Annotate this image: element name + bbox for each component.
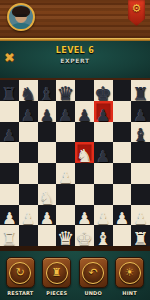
restart-tile: ↻	[6, 257, 35, 288]
square-g5[interactable]	[113, 142, 132, 163]
square-g7[interactable]	[113, 101, 132, 122]
level-subtitle: EXPERT	[0, 57, 150, 64]
bottom-toolbar: ↻ RESTART ♜ PIECES ↶ UNDO	[0, 251, 150, 300]
undo-medallion: ↶	[82, 262, 104, 284]
square-c4[interactable]	[38, 163, 57, 184]
square-c5[interactable]	[38, 142, 57, 163]
square-d8[interactable]: ♛	[56, 80, 75, 101]
square-f7[interactable]: ♟	[94, 101, 113, 122]
restart-button[interactable]: ↻ RESTART	[4, 257, 36, 296]
avatar-glasses	[15, 14, 27, 17]
square-a8[interactable]: ♜	[0, 80, 19, 101]
level-title: LEVEL 6	[0, 46, 150, 55]
square-g6[interactable]	[113, 122, 132, 143]
level-text: LEVEL 6 EXPERT	[0, 46, 150, 64]
square-e8[interactable]	[75, 80, 94, 101]
square-a3[interactable]	[0, 184, 19, 205]
hint-label: HINT	[122, 290, 136, 296]
square-a6[interactable]: ♟	[0, 122, 19, 143]
level-bar: ✖ LEVEL 6 EXPERT	[0, 41, 150, 78]
square-g4[interactable]	[113, 163, 132, 184]
square-c6[interactable]	[38, 122, 57, 143]
restart-label: RESTART	[7, 290, 33, 296]
square-d4[interactable]: ♟	[56, 163, 75, 184]
square-a4[interactable]	[0, 163, 19, 184]
square-h3[interactable]	[131, 184, 150, 205]
undo-tile: ↶	[79, 257, 108, 288]
square-b1[interactable]	[19, 225, 38, 246]
square-h4[interactable]	[131, 163, 150, 184]
pieces-medallion: ♜	[46, 262, 68, 284]
square-c3[interactable]: ♞	[38, 184, 57, 205]
square-b6[interactable]	[19, 122, 38, 143]
settings-button[interactable]: ⚙	[128, 0, 145, 26]
square-b5[interactable]	[19, 142, 38, 163]
square-e3[interactable]	[75, 184, 94, 205]
undo-arrow-icon: ↶	[89, 267, 98, 278]
square-h7[interactable]: ♟	[131, 101, 150, 122]
square-c2[interactable]: ♟	[38, 205, 57, 226]
square-e2[interactable]: ♟	[75, 205, 94, 226]
pieces-tile: ♜	[42, 257, 71, 288]
square-a2[interactable]: ♟	[0, 205, 19, 226]
pieces-button[interactable]: ♜ PIECES	[41, 257, 73, 296]
gear-icon: ⚙	[128, 3, 145, 15]
square-h5[interactable]	[131, 142, 150, 163]
hint-bulb-icon: ☀	[125, 267, 135, 278]
square-e5[interactable]: ♞	[75, 142, 94, 163]
chess-app: ⚙ ✖ LEVEL 6 EXPERT ♜♞♝♛♚♜♟♟♟♟♟♟♟♝♞♟♟♞♟♟♟…	[0, 0, 150, 300]
square-d7[interactable]: ♟	[56, 101, 75, 122]
chess-board: ♜♞♝♛♚♜♟♟♟♟♟♟♟♝♞♟♟♞♟♟♟♟♟♟♟♜♛♚♝♜	[0, 78, 150, 251]
square-d2[interactable]	[56, 205, 75, 226]
square-b4[interactable]	[19, 163, 38, 184]
square-e7[interactable]: ♟	[75, 101, 94, 122]
square-f6[interactable]	[94, 122, 113, 143]
square-f1[interactable]: ♝	[94, 225, 113, 246]
square-d5[interactable]	[56, 142, 75, 163]
square-e6[interactable]	[75, 122, 94, 143]
square-h6[interactable]: ♝	[131, 122, 150, 143]
square-d3[interactable]	[56, 184, 75, 205]
hint-medallion: ☀	[119, 262, 141, 284]
avatar[interactable]	[7, 3, 35, 31]
pieces-label: PIECES	[46, 290, 67, 296]
square-g1[interactable]	[113, 225, 132, 246]
restart-medallion: ↻	[9, 262, 31, 284]
square-h2[interactable]: ♟	[131, 205, 150, 226]
square-e1[interactable]: ♚	[75, 225, 94, 246]
square-a1[interactable]: ♜	[0, 225, 19, 246]
undo-label: UNDO	[84, 290, 101, 296]
square-f3[interactable]	[94, 184, 113, 205]
square-g3[interactable]	[113, 184, 132, 205]
square-h8[interactable]: ♜	[131, 80, 150, 101]
square-b7[interactable]: ♟	[19, 101, 38, 122]
square-d6[interactable]	[56, 122, 75, 143]
square-h1[interactable]: ♜	[131, 225, 150, 246]
square-f5[interactable]: ♟	[94, 142, 113, 163]
rook-piece-icon: ♜	[52, 267, 62, 278]
square-f4[interactable]	[94, 163, 113, 184]
square-c7[interactable]: ♟	[38, 101, 57, 122]
square-b8[interactable]: ♞	[19, 80, 38, 101]
square-g8[interactable]	[113, 80, 132, 101]
square-c8[interactable]: ♝	[38, 80, 57, 101]
square-e4[interactable]	[75, 163, 94, 184]
square-a7[interactable]	[0, 101, 19, 122]
hint-button[interactable]: ☀ HINT	[114, 257, 146, 296]
avatar-shirt	[11, 23, 31, 31]
square-f8[interactable]: ♚	[94, 80, 113, 101]
square-g2[interactable]: ♟	[113, 205, 132, 226]
board-grid: ♜♞♝♛♚♜♟♟♟♟♟♟♟♝♞♟♟♞♟♟♟♟♟♟♟♜♛♚♝♜	[0, 80, 150, 246]
restart-arrow-icon: ↻	[16, 267, 25, 278]
square-a5[interactable]	[0, 142, 19, 163]
top-bar: ⚙	[0, 0, 150, 38]
piece-white-rook[interactable]: ♜	[127, 230, 150, 248]
square-b2[interactable]: ♟	[19, 205, 38, 226]
undo-button[interactable]: ↶ UNDO	[77, 257, 109, 296]
square-d1[interactable]: ♛	[56, 225, 75, 246]
square-f2[interactable]: ♟	[94, 205, 113, 226]
hint-tile: ☀	[115, 257, 144, 288]
square-c1[interactable]	[38, 225, 57, 246]
square-b3[interactable]	[19, 184, 38, 205]
